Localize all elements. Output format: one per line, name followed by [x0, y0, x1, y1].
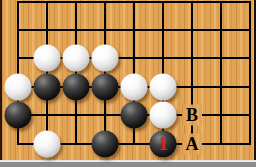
stone-black [92, 131, 119, 158]
move-number-1: 1 [158, 134, 168, 153]
stone-white [121, 74, 148, 101]
stone-white [92, 45, 119, 72]
stone-white [34, 131, 61, 158]
stone-black [121, 102, 148, 129]
stone-white [63, 45, 90, 72]
point-label-A[interactable]: A [182, 134, 202, 155]
stone-black [5, 102, 32, 129]
grid-line-v-8 [220, 1, 222, 145]
stone-white [150, 74, 177, 101]
stone-white [150, 102, 177, 129]
stone-black [92, 74, 119, 101]
go-board[interactable]: BA1 [0, 0, 256, 167]
board-edge-left [0, 0, 2, 160]
board-bevel-shadow [0, 162, 256, 167]
stone-white [34, 45, 61, 72]
board-edge-right [254, 0, 256, 160]
stone-black [34, 74, 61, 101]
grid-line-v-9 [249, 1, 251, 145]
stone-white [5, 74, 32, 101]
stone-black [63, 74, 90, 101]
point-label-B[interactable]: B [182, 105, 202, 126]
stone-black-marked: 1 [150, 131, 177, 158]
